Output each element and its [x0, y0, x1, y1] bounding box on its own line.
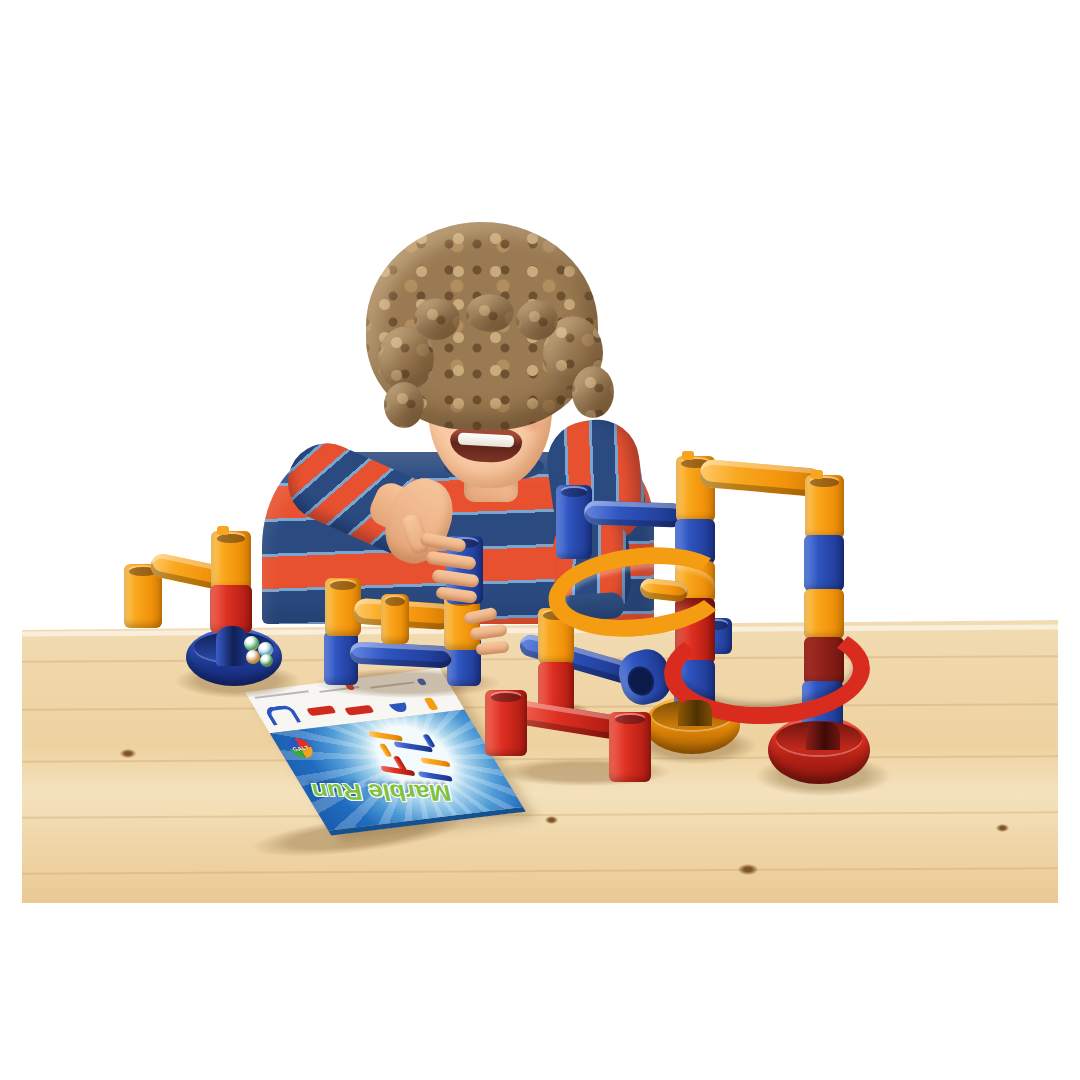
marble	[260, 654, 273, 667]
hair-curl-side	[384, 382, 424, 428]
diagram-blue-bowl	[389, 703, 410, 713]
diagram-blue-arch	[263, 705, 302, 726]
c-side-blue-pillar	[556, 485, 592, 559]
c-right-blue-segment	[804, 535, 844, 591]
diagram-red-bar	[344, 705, 374, 716]
red-h-pillar-left	[485, 690, 527, 756]
diagram-orange-block	[424, 697, 439, 710]
a-blue-funnel	[216, 626, 248, 666]
red-h-pillar-right	[609, 712, 651, 782]
c-right-orange-top	[805, 475, 844, 539]
photo-scene: GALT Marble Run	[0, 0, 1080, 1080]
booklet-title: Marble Run	[293, 778, 470, 806]
hair-curl-side	[572, 366, 614, 418]
b-orange-stub	[381, 594, 409, 644]
diagram-red-bar	[306, 706, 336, 717]
hair-fringe	[414, 298, 460, 340]
a-orange-corner-tower	[211, 531, 251, 591]
c-red-tray-chute	[806, 722, 840, 750]
c-blue-curved-track	[584, 500, 685, 527]
c-orange-tray-chute	[678, 700, 712, 726]
marble	[246, 650, 260, 664]
marble	[244, 636, 259, 651]
hair-fringe	[516, 300, 558, 340]
child	[0, 0, 1080, 1080]
hair-fringe	[466, 294, 514, 332]
galt-logo-text: GALT	[291, 744, 310, 752]
